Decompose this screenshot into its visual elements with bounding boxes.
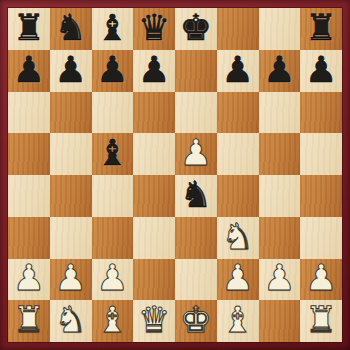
square-f3[interactable]: ♞ <box>217 217 259 259</box>
square-b1[interactable]: ♞ <box>50 300 92 342</box>
piece-black-rook-a8[interactable]: ♜ <box>13 10 45 46</box>
square-h8[interactable]: ♜ <box>300 8 342 50</box>
chess-board-frame: ♜♞♝♛♚♜♟♟♟♟♟♟♟♝♟♞♞♟♟♟♟♟♟♜♞♝♛♚♝♜ <box>0 0 350 350</box>
square-d6[interactable] <box>133 92 175 134</box>
square-e1[interactable]: ♚ <box>175 300 217 342</box>
piece-black-pawn-d7[interactable]: ♟ <box>138 52 170 88</box>
square-f6[interactable] <box>217 92 259 134</box>
square-g7[interactable]: ♟ <box>259 50 301 92</box>
piece-white-pawn-b2[interactable]: ♟ <box>54 260 86 296</box>
square-d8[interactable]: ♛ <box>133 8 175 50</box>
square-g2[interactable]: ♟ <box>259 259 301 301</box>
square-a4[interactable] <box>8 175 50 217</box>
square-f2[interactable]: ♟ <box>217 259 259 301</box>
piece-white-pawn-e5[interactable]: ♟ <box>180 135 212 171</box>
square-e8[interactable]: ♚ <box>175 8 217 50</box>
square-d1[interactable]: ♛ <box>133 300 175 342</box>
square-c3[interactable] <box>92 217 134 259</box>
square-h4[interactable] <box>300 175 342 217</box>
piece-white-pawn-h2[interactable]: ♟ <box>305 260 337 296</box>
piece-white-rook-a1[interactable]: ♜ <box>13 302 45 338</box>
square-e5[interactable]: ♟ <box>175 133 217 175</box>
square-f7[interactable]: ♟ <box>217 50 259 92</box>
square-a8[interactable]: ♜ <box>8 8 50 50</box>
square-a6[interactable] <box>8 92 50 134</box>
square-b4[interactable] <box>50 175 92 217</box>
square-e2[interactable] <box>175 259 217 301</box>
square-e6[interactable] <box>175 92 217 134</box>
square-e7[interactable] <box>175 50 217 92</box>
piece-black-rook-h8[interactable]: ♜ <box>305 10 337 46</box>
square-a7[interactable]: ♟ <box>8 50 50 92</box>
piece-black-pawn-c7[interactable]: ♟ <box>96 52 128 88</box>
square-g3[interactable] <box>259 217 301 259</box>
square-g8[interactable] <box>259 8 301 50</box>
square-b8[interactable]: ♞ <box>50 8 92 50</box>
chess-board: ♜♞♝♛♚♜♟♟♟♟♟♟♟♝♟♞♞♟♟♟♟♟♟♜♞♝♛♚♝♜ <box>8 8 342 342</box>
piece-black-bishop-c8[interactable]: ♝ <box>96 10 128 46</box>
piece-black-knight-e4[interactable]: ♞ <box>180 177 212 213</box>
square-h6[interactable] <box>300 92 342 134</box>
square-f4[interactable] <box>217 175 259 217</box>
square-c8[interactable]: ♝ <box>92 8 134 50</box>
square-c7[interactable]: ♟ <box>92 50 134 92</box>
piece-white-pawn-c2[interactable]: ♟ <box>96 260 128 296</box>
piece-white-bishop-f1[interactable]: ♝ <box>221 302 253 338</box>
square-e3[interactable] <box>175 217 217 259</box>
square-f1[interactable]: ♝ <box>217 300 259 342</box>
square-d7[interactable]: ♟ <box>133 50 175 92</box>
square-a2[interactable]: ♟ <box>8 259 50 301</box>
square-a1[interactable]: ♜ <box>8 300 50 342</box>
piece-black-pawn-a7[interactable]: ♟ <box>13 52 45 88</box>
square-b5[interactable] <box>50 133 92 175</box>
piece-white-pawn-a2[interactable]: ♟ <box>13 260 45 296</box>
square-h5[interactable] <box>300 133 342 175</box>
square-c4[interactable] <box>92 175 134 217</box>
piece-white-bishop-c1[interactable]: ♝ <box>96 302 128 338</box>
piece-black-queen-d8[interactable]: ♛ <box>138 10 170 46</box>
square-d4[interactable] <box>133 175 175 217</box>
piece-black-knight-b8[interactable]: ♞ <box>54 10 86 46</box>
square-f5[interactable] <box>217 133 259 175</box>
square-g1[interactable] <box>259 300 301 342</box>
square-g5[interactable] <box>259 133 301 175</box>
square-b3[interactable] <box>50 217 92 259</box>
square-d3[interactable] <box>133 217 175 259</box>
square-b2[interactable]: ♟ <box>50 259 92 301</box>
square-e4[interactable]: ♞ <box>175 175 217 217</box>
piece-black-pawn-g7[interactable]: ♟ <box>263 52 295 88</box>
piece-white-queen-d1[interactable]: ♛ <box>138 302 170 338</box>
square-g6[interactable] <box>259 92 301 134</box>
square-f8[interactable] <box>217 8 259 50</box>
square-h7[interactable]: ♟ <box>300 50 342 92</box>
piece-black-king-e8[interactable]: ♚ <box>180 10 212 46</box>
piece-white-king-e1[interactable]: ♚ <box>180 302 212 338</box>
square-h2[interactable]: ♟ <box>300 259 342 301</box>
square-g4[interactable] <box>259 175 301 217</box>
piece-white-pawn-g2[interactable]: ♟ <box>263 260 295 296</box>
piece-white-pawn-f2[interactable]: ♟ <box>221 260 253 296</box>
square-d5[interactable] <box>133 133 175 175</box>
square-c6[interactable] <box>92 92 134 134</box>
square-a5[interactable] <box>8 133 50 175</box>
piece-white-knight-b1[interactable]: ♞ <box>54 302 86 338</box>
square-d2[interactable] <box>133 259 175 301</box>
square-c1[interactable]: ♝ <box>92 300 134 342</box>
piece-black-bishop-c5[interactable]: ♝ <box>96 135 128 171</box>
square-h3[interactable] <box>300 217 342 259</box>
square-b7[interactable]: ♟ <box>50 50 92 92</box>
square-a3[interactable] <box>8 217 50 259</box>
piece-white-rook-h1[interactable]: ♜ <box>305 302 337 338</box>
square-c5[interactable]: ♝ <box>92 133 134 175</box>
piece-black-pawn-h7[interactable]: ♟ <box>305 52 337 88</box>
piece-black-pawn-f7[interactable]: ♟ <box>221 52 253 88</box>
square-c2[interactable]: ♟ <box>92 259 134 301</box>
square-b6[interactable] <box>50 92 92 134</box>
piece-black-pawn-b7[interactable]: ♟ <box>54 52 86 88</box>
piece-white-knight-f3[interactable]: ♞ <box>221 219 253 255</box>
square-h1[interactable]: ♜ <box>300 300 342 342</box>
